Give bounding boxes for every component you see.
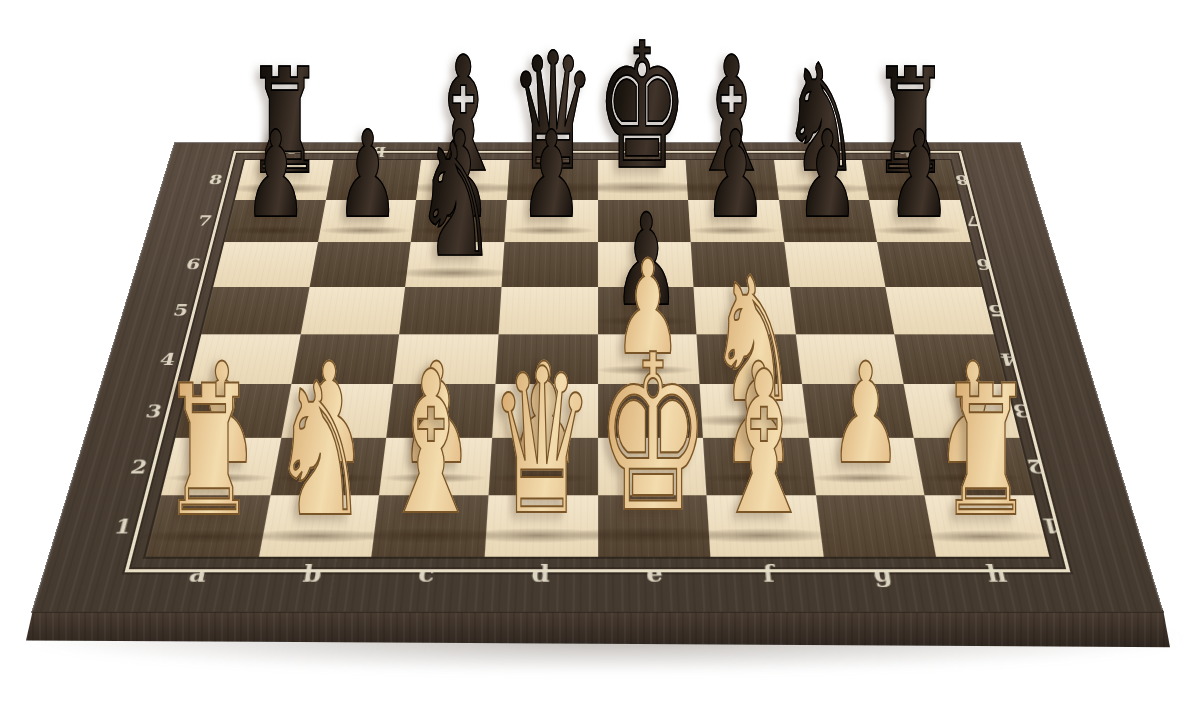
square-e2 [598,438,707,495]
square-b2 [270,438,386,495]
file-label-bottom-h: h [936,557,1057,588]
file-label-bottom-a: a [138,557,259,588]
square-e1 [598,495,711,556]
file-label-bottom-d: d [483,557,598,588]
square-d1 [485,495,598,556]
square-f7 [688,200,784,242]
square-a4 [189,334,301,384]
file-label-top-a: a [245,144,336,159]
file-labels-bottom: abcdefgh [138,557,1057,588]
square-f1 [707,495,824,556]
square-e3 [598,384,704,438]
square-e5 [598,287,697,334]
square-c1 [372,495,489,556]
rank-label-right-1: 1 [1010,495,1093,556]
file-label-bottom-c: c [368,557,485,588]
square-d4 [495,334,597,384]
square-c5 [399,287,501,334]
square-b7 [318,200,417,242]
rank-label-right-2: 2 [996,438,1075,495]
square-a2 [161,438,281,495]
file-label-top-h: h [859,144,950,159]
file-label-bottom-g: g [823,557,942,588]
square-a3 [175,384,291,438]
file-label-bottom-e: e [598,557,713,588]
square-a1 [146,495,270,556]
square-d6 [501,242,597,287]
rank-label-right-4: 4 [972,334,1045,384]
square-b1 [259,495,380,556]
rank-label-right-3: 3 [984,384,1060,438]
square-a5 [201,287,309,334]
square-g4 [796,334,904,384]
rank-label-left-5: 5 [145,287,216,334]
rank-label-right-5: 5 [961,287,1032,334]
file-label-bottom-f: f [710,557,827,588]
square-b3 [281,384,393,438]
square-d7 [504,200,597,242]
rank-label-left-7: 7 [171,200,238,242]
square-b6 [309,242,411,287]
square-g6 [784,242,886,287]
rank-label-left-3: 3 [115,384,192,438]
rank-label-left-6: 6 [158,242,227,287]
square-f5 [694,287,796,334]
file-label-top-f: f [685,144,774,159]
square-e6 [598,242,694,287]
rank-label-right-7: 7 [940,200,1006,242]
square-a8 [235,160,333,200]
file-labels-top: abcdefgh [245,144,950,159]
square-c2 [379,438,492,495]
square-c6 [405,242,504,287]
file-label-top-d: d [509,144,597,159]
file-label-top-b: b [333,144,423,159]
square-d5 [498,287,597,334]
square-b4 [291,334,399,384]
chess-board: abcdefgh abcdefgh 87654321 87654321 [33,143,1163,612]
rank-label-left-4: 4 [130,334,204,384]
square-d8 [507,160,598,200]
square-d3 [492,384,598,438]
square-f3 [700,384,809,438]
square-c7 [411,200,507,242]
square-f2 [703,438,816,495]
square-e8 [598,160,689,200]
rank-label-right-8: 8 [931,160,995,200]
square-f6 [691,242,790,287]
square-c3 [386,384,495,438]
square-f4 [697,334,802,384]
file-label-top-g: g [772,144,862,159]
square-e7 [598,200,691,242]
rank-label-left-8: 8 [183,160,247,200]
rank-label-right-6: 6 [950,242,1018,287]
square-f8 [686,160,779,200]
square-a7 [224,200,325,242]
square-g8 [774,160,870,200]
file-label-top-e: e [598,144,686,159]
square-b5 [300,287,405,334]
file-label-top-c: c [421,144,510,159]
board-squares-grid [146,160,1050,557]
square-b8 [326,160,422,200]
file-label-bottom-b: b [253,557,372,588]
square-g7 [779,200,878,242]
board-photo: chess abcdefgh abcdefgh 87654321 8765432… [0,0,1200,707]
square-a6 [213,242,317,287]
square-g3 [802,384,914,438]
square-g5 [790,287,895,334]
square-g1 [816,495,937,556]
square-c4 [393,334,498,384]
square-g2 [809,438,925,495]
square-d2 [488,438,597,495]
square-c8 [416,160,509,200]
square-e4 [598,334,700,384]
